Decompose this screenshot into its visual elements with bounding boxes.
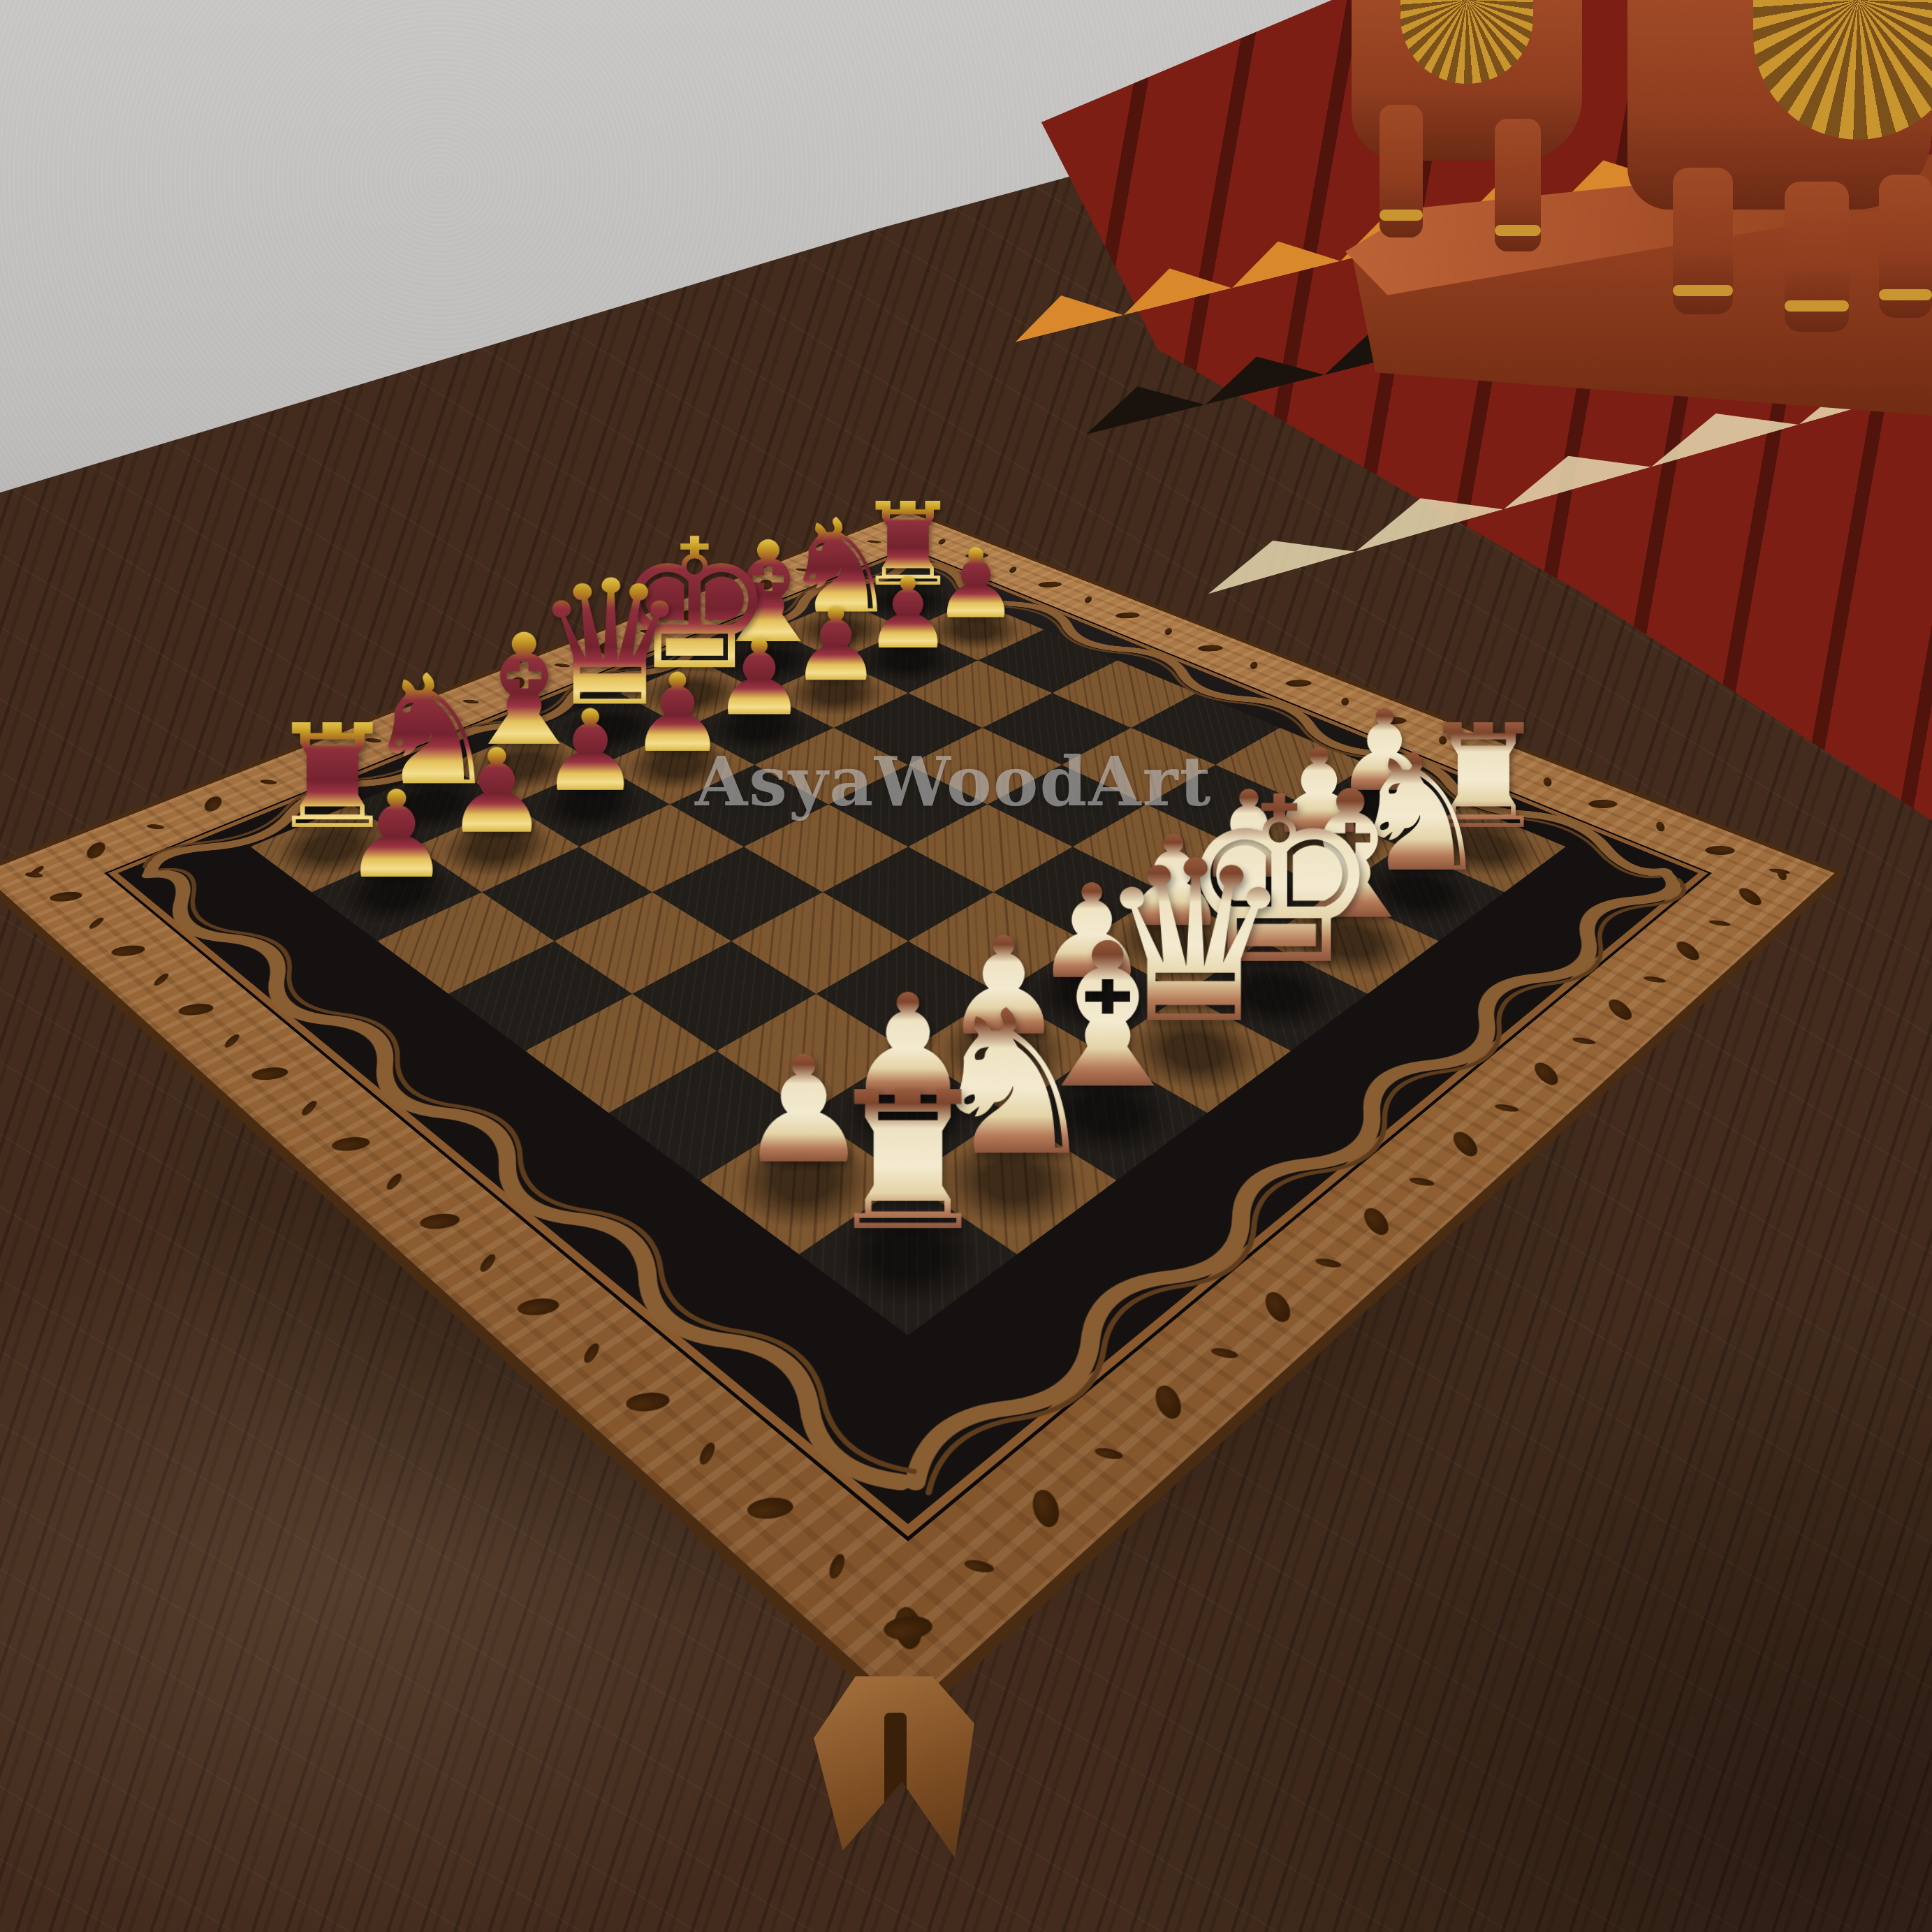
elephant-gold-anklet: [1785, 300, 1849, 312]
elephant-gold-anklet: [1879, 289, 1932, 300]
elephant-gold-anklet: [1380, 210, 1423, 221]
watermark: AsyaWoodArt: [695, 742, 1213, 821]
gold-pawn: ♟: [305, 619, 489, 902]
elephant-gold-anklet: [1673, 285, 1733, 296]
copper-rook: ♜: [790, 904, 1026, 1267]
elephant-gold-anklet: [1495, 225, 1541, 236]
